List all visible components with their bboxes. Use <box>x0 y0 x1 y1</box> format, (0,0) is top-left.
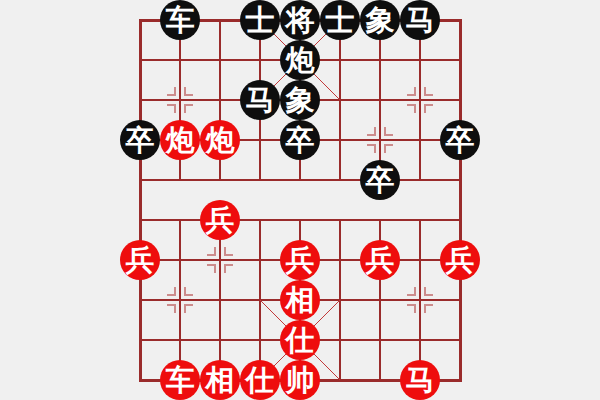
red-general[interactable]: 帅 <box>280 360 320 400</box>
red-chariot[interactable]: 车 <box>160 360 200 400</box>
black-elephant[interactable]: 象 <box>360 0 400 40</box>
red-advisor[interactable]: 仕 <box>280 320 320 360</box>
black-general[interactable]: 将 <box>280 0 320 40</box>
black-elephant[interactable]: 象 <box>280 80 320 120</box>
black-advisor[interactable]: 士 <box>320 0 360 40</box>
red-soldier[interactable]: 兵 <box>280 240 320 280</box>
black-chariot[interactable]: 车 <box>160 0 200 40</box>
black-cannon[interactable]: 炮 <box>280 40 320 80</box>
black-soldier[interactable]: 卒 <box>120 120 160 160</box>
black-horse[interactable]: 马 <box>240 80 280 120</box>
red-soldier[interactable]: 兵 <box>200 200 240 240</box>
piece-layer: 车士将士象马炮马象卒炮炮卒卒卒兵兵兵兵兵相仕车相仕帅马 <box>0 0 600 400</box>
black-soldier[interactable]: 卒 <box>440 120 480 160</box>
black-soldier[interactable]: 卒 <box>360 160 400 200</box>
black-advisor[interactable]: 士 <box>240 0 280 40</box>
black-soldier[interactable]: 卒 <box>280 120 320 160</box>
xiangqi-diagram: 车士将士象马炮马象卒炮炮卒卒卒兵兵兵兵兵相仕车相仕帅马 <box>0 0 600 400</box>
red-advisor[interactable]: 仕 <box>240 360 280 400</box>
black-horse[interactable]: 马 <box>400 0 440 40</box>
red-elephant[interactable]: 相 <box>200 360 240 400</box>
red-soldier[interactable]: 兵 <box>440 240 480 280</box>
red-cannon[interactable]: 炮 <box>160 120 200 160</box>
red-horse[interactable]: 马 <box>400 360 440 400</box>
red-elephant[interactable]: 相 <box>280 280 320 320</box>
red-cannon[interactable]: 炮 <box>200 120 240 160</box>
red-soldier[interactable]: 兵 <box>360 240 400 280</box>
red-soldier[interactable]: 兵 <box>120 240 160 280</box>
